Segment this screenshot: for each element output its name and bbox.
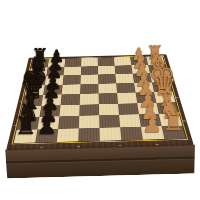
square-b6 xyxy=(58,116,79,129)
frame-stud xyxy=(119,145,122,146)
square-d8 xyxy=(22,95,43,106)
chess-set-photo: ♜♟♟♜♞♟♟♞♝♟♟♝♚♟♟♚♛♟♟♛♝♟♟♝♞♟♟♞♜♟♟♜ xyxy=(0,0,200,200)
square-a7 xyxy=(35,129,58,143)
square-a5 xyxy=(78,128,100,142)
board-3d-wrap xyxy=(6,54,194,150)
square-e2 xyxy=(134,82,154,92)
square-a2 xyxy=(141,126,165,140)
square-f5 xyxy=(80,74,98,84)
square-f6 xyxy=(63,75,81,85)
square-a6 xyxy=(57,128,79,142)
square-c5 xyxy=(79,104,99,116)
square-b7 xyxy=(37,116,59,129)
frame-stud xyxy=(156,144,159,145)
frame-stud xyxy=(24,80,26,81)
square-c3 xyxy=(118,103,139,115)
square-c2 xyxy=(137,102,159,114)
square-f3 xyxy=(115,74,134,84)
square-b1 xyxy=(159,113,182,126)
square-d5 xyxy=(80,93,99,104)
square-d3 xyxy=(117,92,137,103)
square-d6 xyxy=(61,94,81,105)
square-e6 xyxy=(62,84,81,94)
frame-stud xyxy=(170,76,172,77)
board-frame xyxy=(6,54,194,150)
square-f7 xyxy=(45,75,64,85)
square-b5 xyxy=(79,115,100,128)
square-d4 xyxy=(99,93,118,104)
square-b4 xyxy=(99,115,120,128)
square-f4 xyxy=(98,74,116,84)
square-b2 xyxy=(139,114,162,127)
square-c7 xyxy=(39,105,60,117)
square-c1 xyxy=(156,102,178,114)
box-lid-seam xyxy=(5,157,195,163)
square-a8 xyxy=(14,129,38,143)
square-e5 xyxy=(80,84,98,94)
frame-stud xyxy=(19,101,21,102)
square-d2 xyxy=(136,92,157,103)
square-d7 xyxy=(41,94,61,105)
square-e3 xyxy=(116,83,135,93)
square-b8 xyxy=(17,117,40,130)
square-c8 xyxy=(20,106,42,118)
square-e4 xyxy=(98,83,117,93)
frame-stud xyxy=(14,125,17,126)
frame-stud xyxy=(40,147,43,148)
square-e7 xyxy=(43,85,62,95)
square-a1 xyxy=(161,125,185,139)
square-f2 xyxy=(133,73,152,83)
board-grid xyxy=(14,56,186,143)
square-e8 xyxy=(25,85,45,95)
square-c4 xyxy=(99,103,119,115)
square-e1 xyxy=(152,82,173,92)
square-b3 xyxy=(119,114,141,127)
frame-stud xyxy=(176,97,178,98)
square-f1 xyxy=(150,73,170,83)
square-d1 xyxy=(154,92,175,103)
frame-stud xyxy=(77,146,80,147)
square-a4 xyxy=(99,127,121,141)
square-a3 xyxy=(120,126,143,140)
frame-stud xyxy=(183,120,186,121)
square-c6 xyxy=(59,104,79,116)
